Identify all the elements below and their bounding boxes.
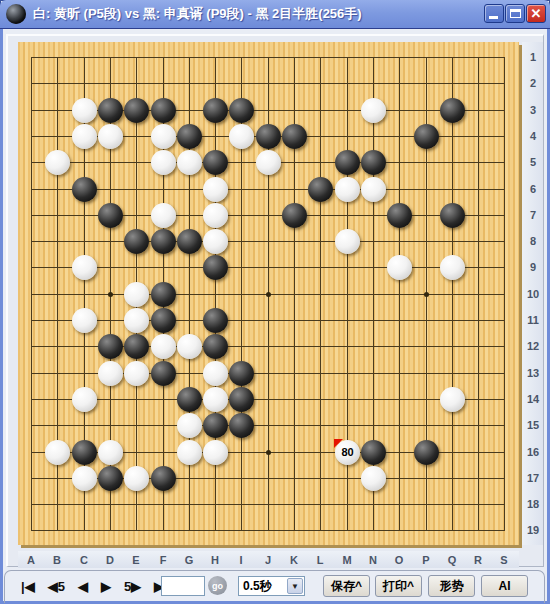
nav-back5-button[interactable]: ◀5	[48, 578, 65, 595]
star-point	[266, 450, 271, 455]
row-label: 6	[530, 183, 536, 195]
white-stone: 80	[335, 440, 360, 465]
last-move-marker-icon	[334, 439, 343, 448]
black-stone	[414, 440, 439, 465]
white-stone	[98, 440, 123, 465]
white-stone	[72, 387, 97, 412]
last-move-number: 80	[341, 447, 353, 458]
black-stone	[282, 203, 307, 228]
column-label: D	[106, 554, 114, 566]
black-stone	[177, 124, 202, 149]
white-stone	[45, 150, 70, 175]
white-stone	[177, 334, 202, 359]
white-stone	[124, 308, 149, 333]
black-stone	[229, 361, 254, 386]
black-stone	[308, 177, 333, 202]
row-label: 19	[527, 524, 539, 536]
white-stone	[361, 466, 386, 491]
column-label: P	[422, 554, 429, 566]
black-stone	[229, 387, 254, 412]
black-stone	[387, 203, 412, 228]
white-stone	[72, 466, 97, 491]
white-stone	[203, 387, 228, 412]
save-button[interactable]: 保存^	[323, 575, 370, 597]
column-label: K	[290, 554, 298, 566]
black-stone	[151, 98, 176, 123]
white-stone	[256, 150, 281, 175]
row-label: 7	[530, 209, 536, 221]
delay-selected-value: 0.5秒	[239, 578, 287, 595]
grid-line-horizontal	[31, 530, 505, 531]
window-title: 白: 黄昕 (P5段) vs 黑: 申真谞 (P9段) - 黑 2目半胜(256…	[33, 5, 362, 23]
black-stone	[151, 282, 176, 307]
board-panel: 80 ABCDEFGHIJKLMNOPQRS 12345678910111213…	[6, 34, 544, 567]
minimize-icon	[489, 16, 498, 19]
column-label: Q	[448, 554, 457, 566]
row-label: 8	[530, 235, 536, 247]
column-label: S	[500, 554, 507, 566]
nav-first-button[interactable]: |◀	[21, 578, 35, 595]
white-stone	[177, 413, 202, 438]
white-stone	[177, 440, 202, 465]
row-labels: 12345678910111213141516171819	[522, 42, 543, 545]
column-label: F	[160, 554, 167, 566]
white-stone	[151, 124, 176, 149]
app-icon	[6, 4, 26, 24]
grid-line-horizontal	[31, 425, 505, 426]
row-label: 13	[527, 367, 539, 379]
black-stone	[151, 466, 176, 491]
white-stone	[203, 440, 228, 465]
black-stone	[361, 150, 386, 175]
column-label: H	[211, 554, 219, 566]
black-stone	[203, 413, 228, 438]
white-stone	[361, 177, 386, 202]
row-label: 3	[530, 104, 536, 116]
maximize-icon	[510, 9, 521, 18]
white-stone	[151, 334, 176, 359]
grid-line-vertical	[320, 57, 321, 531]
white-stone	[98, 361, 123, 386]
grid-line-horizontal	[31, 504, 505, 505]
black-stone	[229, 413, 254, 438]
delay-select[interactable]: 0.5秒 ▼	[238, 576, 305, 596]
row-label: 9	[530, 261, 536, 273]
grid-line-horizontal	[31, 320, 505, 321]
white-stone	[124, 361, 149, 386]
star-point	[108, 292, 113, 297]
column-label: G	[185, 554, 194, 566]
row-label: 11	[527, 314, 539, 326]
star-point	[266, 292, 271, 297]
black-stone	[203, 150, 228, 175]
dropdown-arrow-icon[interactable]: ▼	[287, 578, 303, 594]
star-point	[424, 292, 429, 297]
white-stone	[203, 229, 228, 254]
column-label: A	[27, 554, 35, 566]
white-stone	[151, 150, 176, 175]
row-label: 15	[527, 419, 539, 431]
black-stone	[151, 229, 176, 254]
white-stone	[203, 177, 228, 202]
white-stone	[72, 124, 97, 149]
toolbar: |◀ ◀5 ◀ ▶ 5▶ ▶| go 0.5秒 ▼ 保存^ 打印^ 形势 AI	[4, 570, 545, 603]
column-label: I	[239, 554, 242, 566]
row-label: 14	[527, 393, 539, 405]
column-label: C	[80, 554, 88, 566]
white-stone	[335, 229, 360, 254]
grid-line-vertical	[399, 57, 400, 531]
black-stone	[151, 361, 176, 386]
grid-line-vertical	[452, 57, 453, 531]
white-stone	[387, 255, 412, 280]
print-button[interactable]: 打印^	[375, 575, 422, 597]
black-stone	[440, 203, 465, 228]
app-window: 白: 黄昕 (P5段) vs 黑: 申真谞 (P9段) - 黑 2目半胜(256…	[0, 0, 550, 604]
column-label: N	[369, 554, 377, 566]
column-label: E	[132, 554, 139, 566]
go-button[interactable]: go	[208, 576, 227, 595]
column-label: L	[317, 554, 324, 566]
white-stone	[203, 203, 228, 228]
white-stone	[124, 282, 149, 307]
row-label: 4	[530, 130, 536, 142]
grid-line-vertical	[478, 57, 479, 531]
white-stone	[98, 124, 123, 149]
white-stone	[440, 387, 465, 412]
black-stone	[282, 124, 307, 149]
black-stone	[361, 440, 386, 465]
minimize-button[interactable]	[484, 4, 504, 23]
white-stone	[177, 150, 202, 175]
black-stone	[414, 124, 439, 149]
column-label: B	[53, 554, 61, 566]
nav-back-button[interactable]: ◀	[78, 578, 88, 595]
black-stone	[256, 124, 281, 149]
white-stone	[335, 177, 360, 202]
black-stone	[98, 98, 123, 123]
black-stone	[440, 98, 465, 123]
grid-line-horizontal	[31, 399, 505, 400]
row-label: 5	[530, 156, 536, 168]
white-stone	[72, 255, 97, 280]
maximize-button[interactable]	[505, 4, 525, 23]
black-stone	[203, 255, 228, 280]
black-stone	[72, 440, 97, 465]
black-stone	[177, 229, 202, 254]
white-stone	[361, 98, 386, 123]
row-label: 18	[527, 498, 539, 510]
row-label: 1	[530, 51, 536, 63]
black-stone	[203, 308, 228, 333]
window-border-left	[0, 29, 3, 604]
column-label: M	[342, 554, 351, 566]
row-label: 2	[530, 77, 536, 89]
row-label: 17	[527, 472, 539, 484]
move-number-input[interactable]	[161, 576, 205, 596]
black-stone	[124, 229, 149, 254]
black-stone	[151, 308, 176, 333]
black-stone	[98, 334, 123, 359]
black-stone	[335, 150, 360, 175]
black-stone	[124, 98, 149, 123]
nav-forward5-button[interactable]: 5▶	[124, 578, 141, 595]
close-icon: ✕	[527, 5, 545, 22]
white-stone	[72, 98, 97, 123]
column-labels: ABCDEFGHIJKLMNOPQRS	[18, 551, 519, 568]
row-label: 16	[527, 446, 539, 458]
ai-button[interactable]: AI	[481, 575, 528, 597]
black-stone	[98, 203, 123, 228]
black-stone	[203, 334, 228, 359]
column-label: J	[265, 554, 271, 566]
close-button[interactable]: ✕	[526, 4, 546, 23]
black-stone	[229, 98, 254, 123]
black-stone	[124, 334, 149, 359]
white-stone	[440, 255, 465, 280]
black-stone	[203, 98, 228, 123]
row-label: 10	[527, 288, 539, 300]
white-stone	[229, 124, 254, 149]
black-stone	[177, 387, 202, 412]
column-label: R	[474, 554, 482, 566]
black-stone	[98, 466, 123, 491]
title-bar: 白: 黄昕 (P5段) vs 黑: 申真谞 (P9段) - 黑 2目半胜(256…	[0, 0, 550, 29]
go-board: 80	[18, 42, 519, 545]
estimate-button[interactable]: 形势	[428, 575, 475, 597]
nav-buttons: |◀ ◀5 ◀ ▶ 5▶ ▶|	[21, 578, 168, 595]
grid-line-vertical	[504, 57, 505, 531]
white-stone	[72, 308, 97, 333]
black-stone	[72, 177, 97, 202]
column-label: O	[395, 554, 404, 566]
row-label: 12	[527, 340, 539, 352]
white-stone	[45, 440, 70, 465]
white-stone	[124, 466, 149, 491]
white-stone	[151, 203, 176, 228]
nav-forward-button[interactable]: ▶	[101, 578, 111, 595]
white-stone	[203, 361, 228, 386]
